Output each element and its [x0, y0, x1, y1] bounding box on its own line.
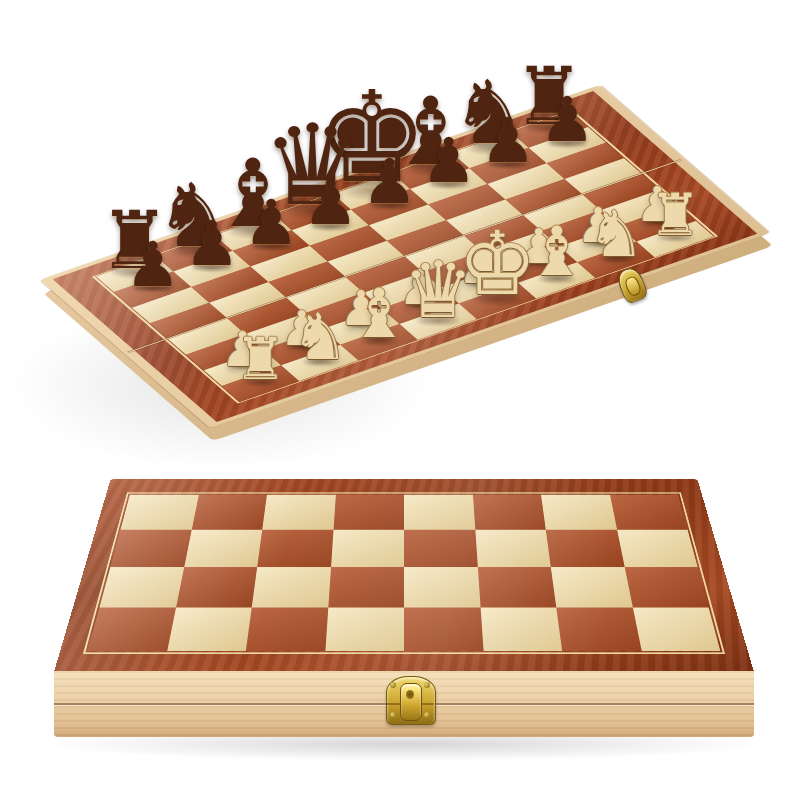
- box-square: [184, 530, 262, 568]
- clasp-screw-icon: [424, 712, 430, 718]
- box-square: [191, 495, 267, 530]
- box-square: [404, 567, 480, 607]
- box-square: [110, 530, 191, 568]
- chess-piece-white-rook[interactable]: ♜: [649, 187, 701, 245]
- box-square: [610, 495, 688, 530]
- box-square: [176, 567, 258, 607]
- box-checker-grid: [88, 495, 721, 651]
- closed-box-top: [54, 372, 754, 672]
- box-square: [257, 530, 333, 568]
- chess-piece-white-bishop[interactable]: ♝: [349, 280, 410, 348]
- box-square: [331, 530, 404, 568]
- box-square: [262, 495, 335, 530]
- clasp-screw-icon: [424, 682, 430, 688]
- box-square: [477, 567, 556, 607]
- box-square: [252, 567, 331, 607]
- box-square: [624, 567, 708, 607]
- box-square: [632, 608, 720, 651]
- chess-piece-black-pawn[interactable]: ♟: [243, 192, 299, 254]
- box-square: [480, 608, 562, 651]
- clasp-screw-icon: [390, 712, 396, 718]
- box-square: [120, 495, 198, 530]
- closed-box-lid-surface: [54, 479, 754, 672]
- chess-piece-black-pawn[interactable]: ♟: [184, 213, 240, 275]
- box-square: [404, 530, 477, 568]
- box-square: [556, 608, 641, 651]
- box-square: [404, 608, 483, 651]
- clasp-screw-icon: [390, 682, 396, 688]
- chess-piece-black-pawn[interactable]: ♟: [303, 171, 359, 233]
- chess-piece-white-knight[interactable]: ♞: [587, 202, 644, 266]
- box-square: [333, 495, 404, 530]
- box-square: [88, 608, 176, 651]
- chess-piece-black-pawn[interactable]: ♟: [480, 110, 536, 172]
- product-photo-chess-set: ♜♞♝♛♚♝♞♜♟♟♟♟♟♟♟♟♟♟♟♟♟♟♟♟♜♞♝♛♚♝♞♜: [0, 0, 808, 798]
- box-square: [473, 495, 546, 530]
- box-square: [99, 567, 183, 607]
- chess-piece-white-queen[interactable]: ♛: [403, 250, 473, 328]
- chess-piece-white-knight[interactable]: ♞: [291, 305, 348, 369]
- box-square: [551, 567, 633, 607]
- chess-piece-black-pawn[interactable]: ♟: [421, 130, 477, 192]
- box-square: [475, 530, 551, 568]
- box-square: [617, 530, 698, 568]
- chess-piece-black-pawn[interactable]: ♟: [125, 233, 181, 295]
- box-square: [541, 495, 617, 530]
- clasp-hook-icon: [400, 683, 422, 721]
- box-square: [328, 567, 404, 607]
- closed-box-clasp[interactable]: [380, 676, 440, 728]
- box-square: [246, 608, 328, 651]
- chess-piece-black-pawn[interactable]: ♟: [540, 89, 596, 151]
- chess-piece-black-pawn[interactable]: ♟: [362, 151, 418, 213]
- box-square: [167, 608, 252, 651]
- clasp-keyhole-icon: [406, 690, 414, 699]
- box-square: [404, 495, 475, 530]
- box-square: [546, 530, 624, 568]
- box-square: [325, 608, 404, 651]
